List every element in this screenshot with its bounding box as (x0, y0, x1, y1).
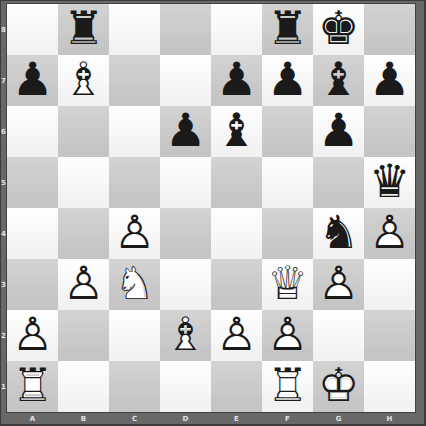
square-c5[interactable] (109, 157, 160, 208)
file-label-a: A (7, 412, 58, 426)
piece-glyph: ♟ (216, 56, 257, 102)
rank-label-2: 2 (0, 310, 7, 361)
square-g4[interactable]: ♞ (313, 208, 364, 259)
square-d5[interactable] (160, 157, 211, 208)
square-g6[interactable]: ♟ (313, 106, 364, 157)
piece-bP-a7[interactable]: ♟ (7, 55, 58, 106)
piece-wP-g3[interactable]: ♟♙ (313, 259, 364, 310)
rank-label-3: 3 (0, 259, 7, 310)
square-b1[interactable] (58, 361, 109, 412)
square-c1[interactable] (109, 361, 160, 412)
piece-wB-b7[interactable]: ♝♗ (58, 55, 109, 106)
square-e8[interactable] (211, 4, 262, 55)
piece-wN-c3[interactable]: ♞♘ (109, 259, 160, 310)
piece-wB-d2[interactable]: ♝♗ (160, 310, 211, 361)
chess-board: ♜♜♚♟♝♗♟♟♝♟♟♝♟♛♟♙♞♟♙♟♙♞♘♛♕♟♙♟♙♝♗♟♙♟♙♜♖♜♖♚… (7, 4, 415, 412)
file-label-b: B (58, 412, 109, 426)
piece-wP-b3[interactable]: ♟♙ (58, 259, 109, 310)
square-d3[interactable] (160, 259, 211, 310)
square-g2[interactable] (313, 310, 364, 361)
square-g7[interactable]: ♝ (313, 55, 364, 106)
piece-glyph: ♙ (63, 260, 104, 306)
file-labels: ABCDEFGH (7, 412, 415, 426)
square-a2[interactable]: ♟♙ (7, 310, 58, 361)
square-e7[interactable]: ♟ (211, 55, 262, 106)
piece-bP-h7[interactable]: ♟ (364, 55, 415, 106)
piece-glyph: ♝ (318, 56, 359, 102)
square-d4[interactable] (160, 208, 211, 259)
piece-bN-g4[interactable]: ♞ (313, 208, 364, 259)
piece-bB-g7[interactable]: ♝ (313, 55, 364, 106)
piece-glyph: ♙ (12, 311, 53, 357)
square-e5[interactable] (211, 157, 262, 208)
square-a6[interactable] (7, 106, 58, 157)
rank-label-7: 7 (0, 55, 7, 106)
square-h2[interactable] (364, 310, 415, 361)
square-b8[interactable]: ♜ (58, 4, 109, 55)
square-c8[interactable] (109, 4, 160, 55)
square-b5[interactable] (58, 157, 109, 208)
piece-wP-f2[interactable]: ♟♙ (262, 310, 313, 361)
piece-glyph: ♙ (267, 311, 308, 357)
piece-wP-c4[interactable]: ♟♙ (109, 208, 160, 259)
square-e3[interactable] (211, 259, 262, 310)
piece-glyph: ♘ (114, 260, 155, 306)
piece-bR-b8[interactable]: ♜ (58, 4, 109, 55)
piece-wP-a2[interactable]: ♟♙ (7, 310, 58, 361)
piece-bP-e7[interactable]: ♟ (211, 55, 262, 106)
square-f4[interactable] (262, 208, 313, 259)
square-f3[interactable]: ♛♕ (262, 259, 313, 310)
chess-board-frame: ♜♜♚♟♝♗♟♟♝♟♟♝♟♛♟♙♞♟♙♟♙♞♘♛♕♟♙♟♙♝♗♟♙♟♙♜♖♜♖♚… (0, 0, 426, 426)
rank-label-5: 5 (0, 157, 7, 208)
square-c4[interactable]: ♟♙ (109, 208, 160, 259)
piece-bP-d6[interactable]: ♟ (160, 106, 211, 157)
piece-glyph: ♛ (369, 158, 410, 204)
rank-label-1: 1 (0, 361, 7, 412)
square-a8[interactable] (7, 4, 58, 55)
square-b4[interactable] (58, 208, 109, 259)
square-h1[interactable] (364, 361, 415, 412)
piece-glyph: ♟ (318, 107, 359, 153)
square-g8[interactable]: ♚ (313, 4, 364, 55)
rank-label-4: 4 (0, 208, 7, 259)
file-label-d: D (160, 412, 211, 426)
piece-glyph: ♗ (63, 56, 104, 102)
square-g5[interactable] (313, 157, 364, 208)
square-b6[interactable] (58, 106, 109, 157)
piece-glyph: ♖ (267, 362, 308, 408)
piece-glyph: ♜ (63, 5, 104, 51)
piece-glyph: ♙ (114, 209, 155, 255)
file-label-f: F (262, 412, 313, 426)
square-f2[interactable]: ♟♙ (262, 310, 313, 361)
piece-wR-f1[interactable]: ♜♖ (262, 361, 313, 412)
rank-label-6: 6 (0, 106, 7, 157)
piece-glyph: ♙ (369, 209, 410, 255)
piece-wP-e2[interactable]: ♟♙ (211, 310, 262, 361)
file-label-c: C (109, 412, 160, 426)
piece-bP-g6[interactable]: ♟ (313, 106, 364, 157)
square-f7[interactable]: ♟ (262, 55, 313, 106)
square-h5[interactable]: ♛ (364, 157, 415, 208)
square-d7[interactable] (160, 55, 211, 106)
piece-wR-a1[interactable]: ♜♖ (7, 361, 58, 412)
square-d2[interactable]: ♝♗ (160, 310, 211, 361)
square-f1[interactable]: ♜♖ (262, 361, 313, 412)
square-g1[interactable]: ♚♔ (313, 361, 364, 412)
square-c3[interactable]: ♞♘ (109, 259, 160, 310)
file-label-g: G (313, 412, 364, 426)
piece-glyph: ♚ (318, 5, 359, 51)
piece-bB-e6[interactable]: ♝ (211, 106, 262, 157)
square-d1[interactable] (160, 361, 211, 412)
piece-glyph: ♙ (318, 260, 359, 306)
piece-glyph: ♙ (216, 311, 257, 357)
square-e2[interactable]: ♟♙ (211, 310, 262, 361)
piece-glyph: ♖ (12, 362, 53, 408)
square-c7[interactable] (109, 55, 160, 106)
piece-glyph: ♝ (216, 107, 257, 153)
square-h6[interactable] (364, 106, 415, 157)
square-e6[interactable]: ♝ (211, 106, 262, 157)
square-h7[interactable]: ♟ (364, 55, 415, 106)
piece-glyph: ♜ (267, 5, 308, 51)
square-f6[interactable] (262, 106, 313, 157)
square-h8[interactable] (364, 4, 415, 55)
piece-bK-g8[interactable]: ♚ (313, 4, 364, 55)
file-label-h: H (364, 412, 415, 426)
square-f5[interactable] (262, 157, 313, 208)
piece-wK-g1[interactable]: ♚♔ (313, 361, 364, 412)
square-a7[interactable]: ♟ (7, 55, 58, 106)
square-a3[interactable] (7, 259, 58, 310)
square-h4[interactable]: ♟♙ (364, 208, 415, 259)
square-e1[interactable] (211, 361, 262, 412)
square-f8[interactable]: ♜ (262, 4, 313, 55)
piece-bR-f8[interactable]: ♜ (262, 4, 313, 55)
piece-glyph: ♔ (318, 362, 359, 408)
square-a5[interactable] (7, 157, 58, 208)
piece-glyph: ♕ (267, 260, 308, 306)
piece-bP-f7[interactable]: ♟ (262, 55, 313, 106)
file-label-e: E (211, 412, 262, 426)
piece-bQ-h5[interactable]: ♛ (364, 157, 415, 208)
piece-glyph: ♟ (267, 56, 308, 102)
square-b3[interactable]: ♟♙ (58, 259, 109, 310)
square-g3[interactable]: ♟♙ (313, 259, 364, 310)
piece-wQ-f3[interactable]: ♛♕ (262, 259, 313, 310)
piece-glyph: ♗ (165, 311, 206, 357)
piece-wP-h4[interactable]: ♟♙ (364, 208, 415, 259)
square-h3[interactable] (364, 259, 415, 310)
piece-glyph: ♟ (165, 107, 206, 153)
piece-glyph: ♟ (369, 56, 410, 102)
square-c2[interactable] (109, 310, 160, 361)
square-a4[interactable] (7, 208, 58, 259)
square-b2[interactable] (58, 310, 109, 361)
square-a1[interactable]: ♜♖ (7, 361, 58, 412)
square-e4[interactable] (211, 208, 262, 259)
piece-glyph: ♟ (12, 56, 53, 102)
square-c6[interactable] (109, 106, 160, 157)
rank-label-8: 8 (0, 4, 7, 55)
square-d6[interactable]: ♟ (160, 106, 211, 157)
rank-labels: 87654321 (0, 4, 7, 412)
square-d8[interactable] (160, 4, 211, 55)
piece-glyph: ♞ (318, 209, 359, 255)
square-b7[interactable]: ♝♗ (58, 55, 109, 106)
